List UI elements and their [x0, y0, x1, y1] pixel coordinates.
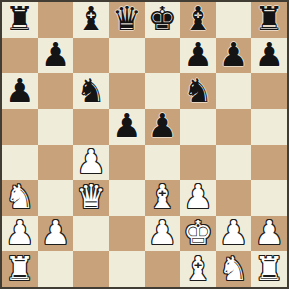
square-e1[interactable]	[145, 251, 181, 287]
square-f3[interactable]: ♟	[180, 180, 216, 216]
white-bishop[interactable]: ♝	[148, 180, 178, 213]
square-d6[interactable]	[109, 73, 145, 109]
square-g4[interactable]	[216, 145, 252, 181]
square-f7[interactable]: ♟	[180, 38, 216, 74]
square-g1[interactable]: ♞	[216, 251, 252, 287]
black-queen[interactable]: ♛	[112, 2, 142, 35]
black-knight[interactable]: ♞	[183, 74, 213, 107]
white-pawn[interactable]: ♟	[41, 216, 71, 249]
white-pawn[interactable]: ♟	[219, 216, 249, 249]
black-rook[interactable]: ♜	[5, 2, 35, 35]
square-e4[interactable]	[145, 145, 181, 181]
white-knight[interactable]: ♞	[219, 252, 249, 285]
square-d2[interactable]	[109, 216, 145, 252]
chess-board: ♜♝♛♚♝♜♟♟♟♟♟♞♞♟♟♟♞♛♝♟♟♟♟♚♟♟♜♝♞♜	[2, 2, 287, 287]
square-a6[interactable]: ♟	[2, 73, 38, 109]
square-b4[interactable]	[38, 145, 74, 181]
square-c5[interactable]	[73, 109, 109, 145]
square-d8[interactable]: ♛	[109, 2, 145, 38]
square-h4[interactable]	[251, 145, 287, 181]
square-f5[interactable]	[180, 109, 216, 145]
square-c1[interactable]	[73, 251, 109, 287]
square-c8[interactable]: ♝	[73, 2, 109, 38]
square-c6[interactable]: ♞	[73, 73, 109, 109]
square-e8[interactable]: ♚	[145, 2, 181, 38]
square-g5[interactable]	[216, 109, 252, 145]
white-rook[interactable]: ♜	[254, 252, 284, 285]
black-pawn[interactable]: ♟	[254, 38, 284, 71]
black-pawn[interactable]: ♟	[112, 109, 142, 142]
square-c2[interactable]	[73, 216, 109, 252]
square-h6[interactable]	[251, 73, 287, 109]
white-queen[interactable]: ♛	[76, 180, 106, 213]
square-h3[interactable]	[251, 180, 287, 216]
square-f2[interactable]: ♚	[180, 216, 216, 252]
chess-board-frame: ♜♝♛♚♝♜♟♟♟♟♟♞♞♟♟♟♞♛♝♟♟♟♟♚♟♟♜♝♞♜	[0, 0, 289, 289]
square-f1[interactable]: ♝	[180, 251, 216, 287]
white-rook[interactable]: ♜	[5, 252, 35, 285]
white-pawn[interactable]: ♟	[76, 145, 106, 178]
square-h5[interactable]	[251, 109, 287, 145]
square-g8[interactable]	[216, 2, 252, 38]
square-b7[interactable]: ♟	[38, 38, 74, 74]
square-b2[interactable]: ♟	[38, 216, 74, 252]
black-rook[interactable]: ♜	[254, 2, 284, 35]
white-pawn[interactable]: ♟	[254, 216, 284, 249]
square-d3[interactable]	[109, 180, 145, 216]
black-knight[interactable]: ♞	[76, 74, 106, 107]
square-b6[interactable]	[38, 73, 74, 109]
square-g6[interactable]	[216, 73, 252, 109]
square-a4[interactable]	[2, 145, 38, 181]
square-d7[interactable]	[109, 38, 145, 74]
square-h1[interactable]: ♜	[251, 251, 287, 287]
black-king[interactable]: ♚	[148, 2, 178, 35]
square-a8[interactable]: ♜	[2, 2, 38, 38]
black-pawn[interactable]: ♟	[5, 74, 35, 107]
square-b3[interactable]	[38, 180, 74, 216]
black-pawn[interactable]: ♟	[41, 38, 71, 71]
white-pawn[interactable]: ♟	[148, 216, 178, 249]
white-knight[interactable]: ♞	[5, 180, 35, 213]
black-pawn[interactable]: ♟	[219, 38, 249, 71]
black-bishop[interactable]: ♝	[76, 2, 106, 35]
square-e7[interactable]	[145, 38, 181, 74]
square-h2[interactable]: ♟	[251, 216, 287, 252]
square-g7[interactable]: ♟	[216, 38, 252, 74]
square-a7[interactable]	[2, 38, 38, 74]
square-b1[interactable]	[38, 251, 74, 287]
white-king[interactable]: ♚	[183, 216, 213, 249]
square-c3[interactable]: ♛	[73, 180, 109, 216]
square-g2[interactable]: ♟	[216, 216, 252, 252]
white-bishop[interactable]: ♝	[183, 252, 213, 285]
white-pawn[interactable]: ♟	[183, 180, 213, 213]
square-c7[interactable]	[73, 38, 109, 74]
black-pawn[interactable]: ♟	[148, 109, 178, 142]
square-e5[interactable]: ♟	[145, 109, 181, 145]
square-e3[interactable]: ♝	[145, 180, 181, 216]
square-a1[interactable]: ♜	[2, 251, 38, 287]
square-d5[interactable]: ♟	[109, 109, 145, 145]
black-bishop[interactable]: ♝	[183, 2, 213, 35]
square-e6[interactable]	[145, 73, 181, 109]
square-b8[interactable]	[38, 2, 74, 38]
square-d4[interactable]	[109, 145, 145, 181]
square-b5[interactable]	[38, 109, 74, 145]
square-a3[interactable]: ♞	[2, 180, 38, 216]
square-f8[interactable]: ♝	[180, 2, 216, 38]
white-pawn[interactable]: ♟	[5, 216, 35, 249]
square-f4[interactable]	[180, 145, 216, 181]
square-e2[interactable]: ♟	[145, 216, 181, 252]
square-a5[interactable]	[2, 109, 38, 145]
square-h8[interactable]: ♜	[251, 2, 287, 38]
square-h7[interactable]: ♟	[251, 38, 287, 74]
square-c4[interactable]: ♟	[73, 145, 109, 181]
square-g3[interactable]	[216, 180, 252, 216]
square-a2[interactable]: ♟	[2, 216, 38, 252]
square-f6[interactable]: ♞	[180, 73, 216, 109]
square-d1[interactable]	[109, 251, 145, 287]
black-pawn[interactable]: ♟	[183, 38, 213, 71]
